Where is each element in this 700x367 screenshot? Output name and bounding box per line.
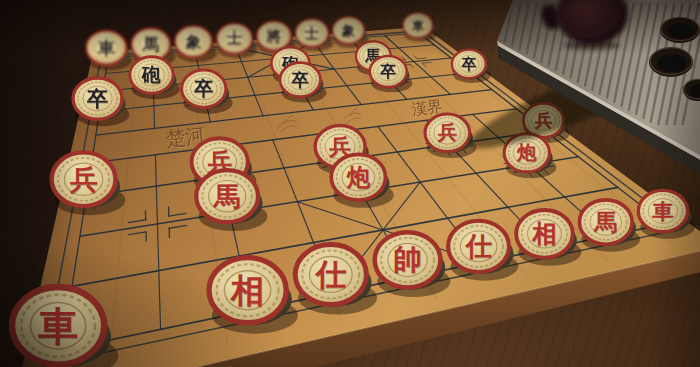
piece-glyph: 卒 <box>86 86 108 111</box>
piece-black-soldier[interactable]: 卒卒 <box>452 50 491 83</box>
piece-glyph: 士 <box>226 29 242 47</box>
piece-glyph: 象 <box>185 32 202 51</box>
piece-glyph: 仕 <box>464 231 492 261</box>
piece-glyph: 相 <box>229 271 264 310</box>
piece-black-chariot[interactable]: 車車 <box>403 13 437 42</box>
piece-glyph: 車 <box>651 199 673 224</box>
game-scene: 楚河楚河漢界漢界車車象象士士將將士士象象馬馬車車馬馬卒卒砲砲卒卒砲砲卒卒卒卒卒卒… <box>0 0 700 367</box>
piece-glyph: 仕 <box>314 257 346 292</box>
piece-glyph: 帥 <box>393 243 421 276</box>
piece-glyph: 馬 <box>142 35 160 54</box>
piece-glyph: 士 <box>304 25 319 41</box>
piece-glyph: 象 <box>341 22 356 38</box>
piece-glyph: 砲 <box>141 64 161 85</box>
piece-glyph: 兵 <box>70 163 98 196</box>
piece-glyph: 炮 <box>346 163 371 191</box>
piece-glyph: 馬 <box>593 209 617 235</box>
piece-glyph: 卒 <box>291 70 310 90</box>
piece-glyph: 相 <box>531 219 556 248</box>
piece-black-elephant[interactable]: 象象 <box>175 26 217 62</box>
piece-black-advisor[interactable]: 士士 <box>296 19 334 51</box>
piece-black-advisor[interactable]: 士士 <box>217 24 258 59</box>
piece-glyph: 兵 <box>437 121 457 144</box>
piece-glyph: 車 <box>97 38 115 58</box>
piece-glyph: 車 <box>37 303 78 349</box>
piece-glyph: 卒 <box>379 62 396 81</box>
piece-glyph: 卒 <box>193 77 213 100</box>
piece-glyph: 將 <box>266 27 282 44</box>
piece-glyph: 車 <box>411 18 424 33</box>
piece-glyph: 卒 <box>462 55 477 72</box>
piece-red-chariot[interactable]: 車車 <box>638 190 695 238</box>
piece-glyph: 馬 <box>213 181 241 212</box>
piece-black-chariot[interactable]: 車車 <box>86 31 132 70</box>
xiangqi-scene: 楚河楚河漢界漢界車車象象士士將將士士象象馬馬車車馬馬卒卒砲砲卒卒砲砲卒卒卒卒卒卒… <box>0 0 700 367</box>
tea-cup <box>660 17 700 43</box>
tea-cup <box>649 47 693 77</box>
piece-glyph: 炮 <box>516 141 537 164</box>
